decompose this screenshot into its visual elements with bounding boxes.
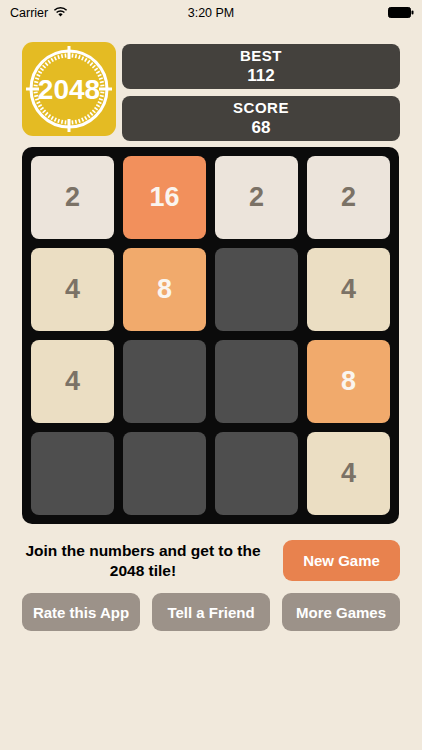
empty-cell <box>123 340 206 423</box>
current-score-box: SCORE 68 <box>122 96 400 141</box>
tile-2: 2 <box>31 156 114 239</box>
best-score-box: BEST 112 <box>122 44 400 89</box>
tile-2: 2 <box>215 156 298 239</box>
clock-time: 3:20 PM <box>0 6 422 20</box>
rate-this-app-button[interactable]: Rate this App <box>22 593 140 631</box>
empty-cell <box>215 340 298 423</box>
tile-2: 2 <box>307 156 390 239</box>
more-games-button[interactable]: More Games <box>282 593 400 631</box>
tile-4: 4 <box>307 248 390 331</box>
app-logo-2048: 2048 <box>22 42 116 136</box>
empty-cell <box>215 248 298 331</box>
status-bar: Carrier 3:20 PM <box>0 0 422 25</box>
best-label: BEST <box>240 46 282 66</box>
score-label: SCORE <box>233 98 289 118</box>
tile-8: 8 <box>307 340 390 423</box>
tagline: Join the numbers and get to the 2048 til… <box>22 541 264 581</box>
tell-a-friend-button[interactable]: Tell a Friend <box>152 593 270 631</box>
score-value: 68 <box>252 117 271 139</box>
empty-cell <box>31 432 114 515</box>
tile-8: 8 <box>123 248 206 331</box>
best-value: 112 <box>247 65 274 87</box>
new-game-button[interactable]: New Game <box>283 540 400 581</box>
tile-16: 16 <box>123 156 206 239</box>
tile-4: 4 <box>307 432 390 515</box>
logo-text: 2048 <box>38 74 100 105</box>
tile-4: 4 <box>31 340 114 423</box>
game-board[interactable]: 21622484484 <box>22 147 399 524</box>
tile-4: 4 <box>31 248 114 331</box>
empty-cell <box>123 432 206 515</box>
empty-cell <box>215 432 298 515</box>
battery-icon <box>388 7 414 18</box>
